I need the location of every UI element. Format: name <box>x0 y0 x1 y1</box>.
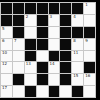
cell-r3c6-black <box>60 27 71 38</box>
cell-r8c6-white[interactable] <box>60 86 71 97</box>
cell-r5c2-white[interactable] <box>13 51 24 62</box>
cell-r1c2-black <box>13 3 24 14</box>
cell-r4c4-black <box>37 39 48 50</box>
cell-r4c8-white[interactable]: 9 <box>84 39 95 50</box>
clue-number-6: 6 <box>2 39 5 43</box>
cell-r5c8-white[interactable] <box>84 51 95 62</box>
cell-r8c7-black <box>72 86 83 97</box>
cell-r6c6-black <box>60 62 71 73</box>
cell-r8c2-white[interactable] <box>13 86 24 97</box>
cell-r1c3-black <box>25 3 36 14</box>
cell-r1c1-black <box>1 3 12 14</box>
cell-r5c4-white[interactable] <box>37 51 48 62</box>
cell-r5c1-white[interactable]: 10 <box>1 51 12 62</box>
cell-r6c5-white[interactable]: 14 <box>49 62 60 73</box>
cell-r5c5-black <box>49 51 60 62</box>
cell-r4c3-black <box>25 39 36 50</box>
cell-r2c8-white[interactable] <box>84 15 95 26</box>
cell-r6c2-white[interactable] <box>13 62 24 73</box>
cell-r5c7-white[interactable]: 11 <box>72 51 83 62</box>
cell-r3c1-white[interactable]: 5 <box>1 27 12 38</box>
clue-number-16: 16 <box>85 74 90 78</box>
cell-r4c6-black <box>60 39 71 50</box>
cell-r6c4-black <box>37 62 48 73</box>
cell-r3c4-black <box>37 27 48 38</box>
crossword-board-wrapper: 1234567891011121314151617 <box>0 2 96 98</box>
clue-number-11: 11 <box>73 51 78 55</box>
clue-number-5: 5 <box>2 27 5 31</box>
cell-r4c7-white[interactable]: 8 <box>72 39 83 50</box>
cell-r1c8-white[interactable]: 1 <box>84 3 95 14</box>
cell-r8c1-white[interactable]: 17 <box>1 86 12 97</box>
cell-r6c3-white[interactable]: 13 <box>25 62 36 73</box>
clue-number-9: 9 <box>85 39 88 43</box>
clue-number-8: 8 <box>73 39 76 43</box>
crossword-grid: 1234567891011121314151617 <box>0 2 96 98</box>
cell-r7c1-white[interactable] <box>1 74 12 85</box>
cell-r6c1-white[interactable]: 12 <box>1 62 12 73</box>
cell-r7c7-white[interactable]: 15 <box>72 74 83 85</box>
cell-r1c5-black <box>49 3 60 14</box>
cell-r1c6-black <box>60 3 71 14</box>
cell-r7c4-black <box>37 74 48 85</box>
cell-r2c5-white[interactable]: 3 <box>49 15 60 26</box>
cell-r2c4-black <box>37 15 48 26</box>
cell-r8c5-black <box>49 86 60 97</box>
cell-r4c1-white[interactable]: 6 <box>1 39 12 50</box>
cell-r1c7-black <box>72 3 83 14</box>
cell-r8c8-white[interactable] <box>84 86 95 97</box>
cell-r4c2-white[interactable]: 7 <box>13 39 24 50</box>
cell-r7c6-black <box>60 74 71 85</box>
cell-r3c2-black <box>13 27 24 38</box>
clue-number-15: 15 <box>73 74 78 78</box>
cell-r3c3-white[interactable] <box>25 27 36 38</box>
cell-r7c3-white[interactable] <box>25 74 36 85</box>
cell-r6c8-black <box>84 62 95 73</box>
cell-r3c7-black <box>72 27 83 38</box>
clue-number-1: 1 <box>85 3 88 7</box>
clue-number-13: 13 <box>26 62 31 66</box>
cell-r7c8-white[interactable]: 16 <box>84 74 95 85</box>
cell-r7c5-white[interactable] <box>49 74 60 85</box>
cell-r3c8-black <box>84 27 95 38</box>
cell-r2c2-black <box>13 15 24 26</box>
cell-r2c1-black <box>1 15 12 26</box>
clue-number-2: 2 <box>26 15 29 19</box>
cell-r2c3-white[interactable]: 2 <box>25 15 36 26</box>
cell-r8c4-white[interactable] <box>37 86 48 97</box>
cell-r5c3-black <box>25 51 36 62</box>
cell-r2c6-black <box>60 15 71 26</box>
clue-number-3: 3 <box>50 15 53 19</box>
cell-r6c7-white[interactable] <box>72 62 83 73</box>
cell-r2c7-white[interactable]: 4 <box>72 15 83 26</box>
cell-r4c5-white[interactable] <box>49 39 60 50</box>
clue-number-7: 7 <box>14 39 17 43</box>
cell-r8c3-black <box>25 86 36 97</box>
clue-number-4: 4 <box>73 15 76 19</box>
clue-number-12: 12 <box>2 62 7 66</box>
clue-number-17: 17 <box>2 86 7 90</box>
cell-r5c6-black <box>60 51 71 62</box>
clue-number-10: 10 <box>2 51 7 55</box>
cell-r3c5-white[interactable] <box>49 27 60 38</box>
cell-r1c4-black <box>37 3 48 14</box>
cell-r7c2-black <box>13 74 24 85</box>
clue-number-14: 14 <box>50 62 55 66</box>
